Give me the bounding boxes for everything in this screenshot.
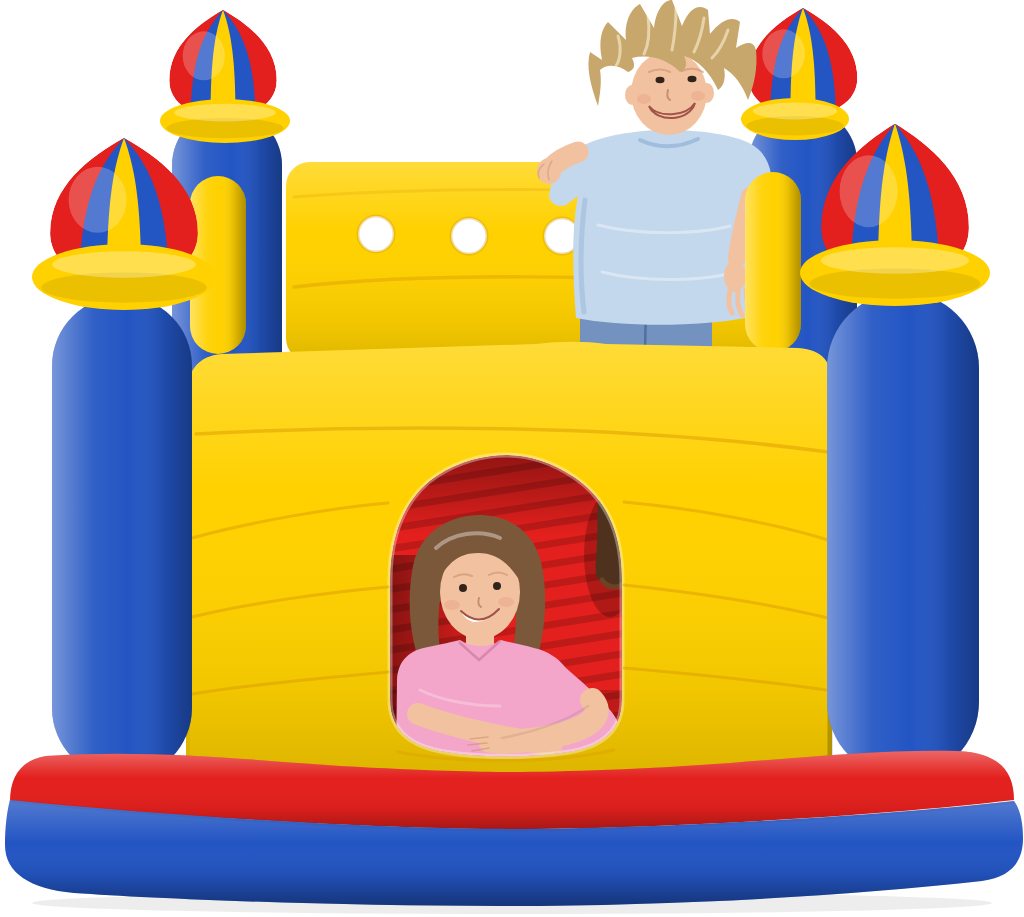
dome-ring: [800, 240, 990, 306]
girl-cheek: [444, 600, 460, 610]
tower-front-left: [32, 138, 216, 778]
product-photo-stage: inflatable castle bouncer with two child…: [0, 0, 1024, 917]
girl-cheek: [498, 597, 514, 607]
boy-eye: [688, 76, 697, 82]
side-wall-right: [745, 172, 801, 352]
girl-eye: [459, 584, 467, 592]
tower-front-right: [800, 123, 990, 778]
dome-ring: [741, 98, 849, 140]
dome-ring: [160, 99, 290, 143]
boy-eye: [656, 77, 665, 83]
boy-cheek: [691, 91, 705, 101]
dome-ring: [32, 244, 216, 310]
column-shading: [827, 292, 979, 778]
castle-base: [5, 751, 1023, 914]
boy-hand: [724, 260, 746, 292]
boy-cheek: [637, 94, 651, 104]
bounce-castle-photo: inflatable castle bouncer with two child…: [0, 0, 1024, 917]
girl-eye: [493, 582, 501, 590]
porthole: [358, 216, 394, 252]
side-wall-shading: [745, 172, 801, 352]
column-shading: [52, 296, 192, 778]
porthole: [451, 218, 487, 254]
